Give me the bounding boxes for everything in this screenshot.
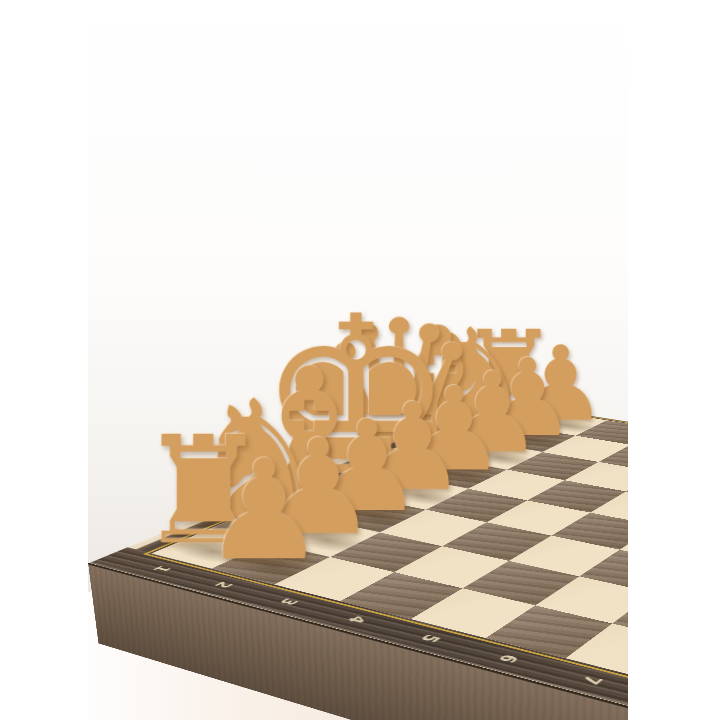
chess-board: 12345678 ♜♟♞♟♝♟♛♟♚♟♝♟♞♟♜♟	[89, 400, 628, 720]
scene: 12345678 ♜♟♞♟♝♟♛♟♚♟♝♟♞♟♜♟	[88, 0, 628, 720]
piece-shadow	[277, 526, 385, 559]
product-photo: 12345678 ♜♟♞♟♝♟♛♟♚♟♝♟♞♟♜♟	[88, 0, 628, 720]
white-rook-a1[interactable]: ♜	[413, 209, 605, 417]
white-pawn-f2[interactable]: ♟	[248, 257, 487, 516]
square-h6[interactable]	[486, 605, 612, 658]
white-knight-b1[interactable]: ♞	[376, 216, 575, 432]
white-pawn-a2[interactable]: ♟	[463, 213, 628, 426]
